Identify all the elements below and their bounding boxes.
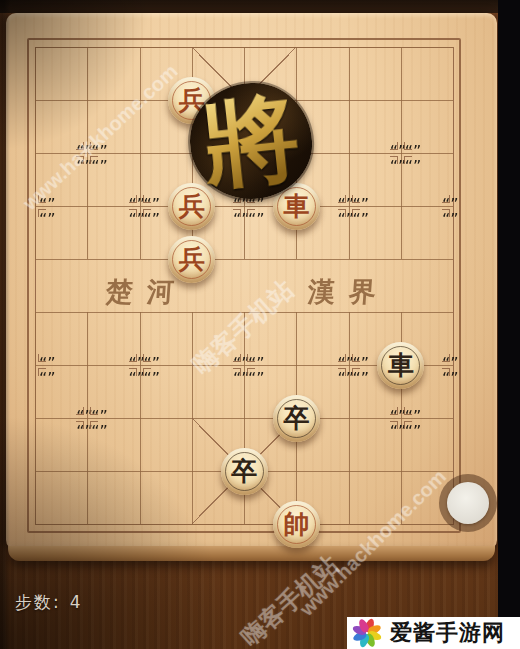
piece-glyph: 卒 — [231, 458, 257, 484]
board-front-edge — [8, 546, 495, 561]
assistive-touch-inner-circle — [447, 482, 489, 524]
step-counter-label: 步数: — [15, 592, 61, 612]
pinwheel-icon — [350, 616, 384, 649]
river-text-left: 楚河 — [105, 274, 189, 308]
assistive-touch-button[interactable] — [439, 474, 497, 532]
step-counter: 步数:4 — [15, 591, 83, 614]
piece-glyph: 車 — [388, 352, 414, 378]
piece-glyph: 兵 — [179, 246, 205, 272]
piece-black-卒[interactable]: 卒 — [273, 395, 320, 442]
piece-red-帥[interactable]: 帥 — [273, 501, 320, 548]
piece-glyph: 兵 — [179, 193, 205, 219]
check-badge-glyph: 將 — [198, 88, 304, 194]
site-logo: 爱酱手游网 — [347, 617, 520, 649]
step-counter-value: 4 — [70, 592, 83, 612]
piece-black-車[interactable]: 車 — [377, 342, 424, 389]
app-screen: 楚河 漢界 兵兵車兵車卒卒帥 將 www.ha✳khome.com嗨客手机站ww… — [0, 0, 520, 649]
piece-glyph: 卒 — [283, 405, 309, 431]
site-logo-text: 爱酱手游网 — [390, 618, 505, 648]
piece-glyph: 帥 — [283, 511, 309, 537]
piece-black-卒[interactable]: 卒 — [221, 448, 268, 495]
top-dark-strip — [0, 0, 520, 13]
piece-red-兵[interactable]: 兵 — [168, 236, 215, 283]
piece-glyph: 車 — [283, 193, 309, 219]
river-text-right: 漢界 — [307, 274, 391, 308]
right-black-strip — [498, 0, 520, 649]
